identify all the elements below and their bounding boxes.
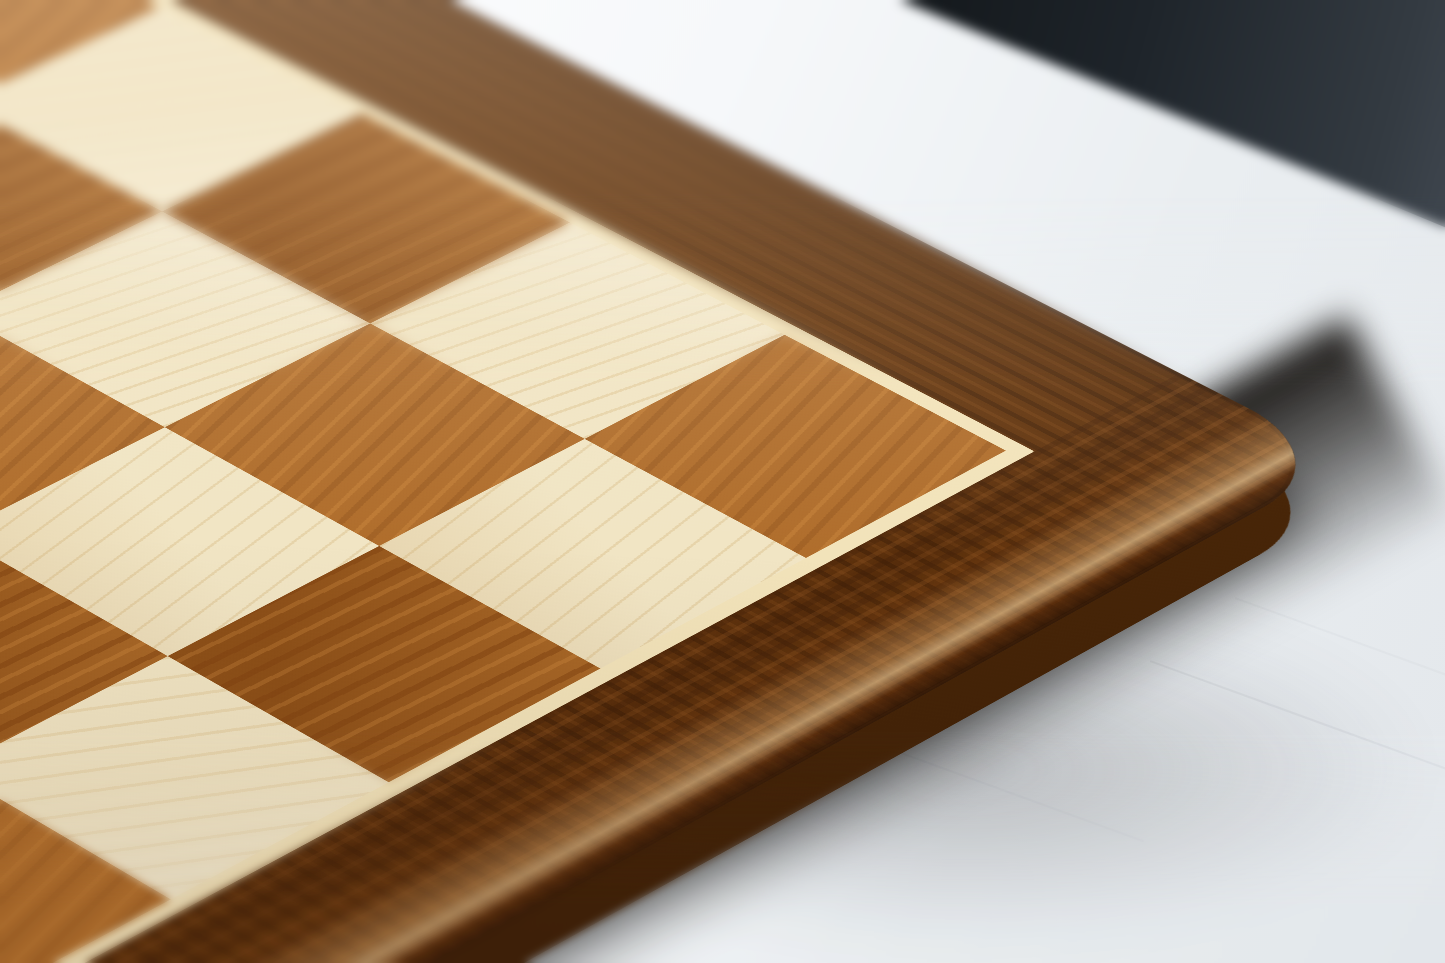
board-square [379, 439, 806, 669]
photo-scene [0, 0, 1445, 963]
board-square [0, 656, 389, 899]
board-square [0, 427, 379, 656]
board-square [168, 546, 601, 782]
board-square [0, 770, 171, 963]
board-square [0, 534, 168, 770]
